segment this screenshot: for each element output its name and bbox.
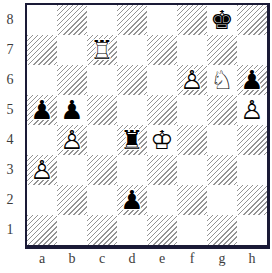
square-d3[interactable] <box>117 155 147 185</box>
square-c5[interactable] <box>87 95 117 125</box>
square-b1[interactable] <box>57 215 87 245</box>
piece-glyph: ♟ <box>237 65 267 95</box>
square-f3[interactable] <box>177 155 207 185</box>
rank-label-1: 1 <box>0 215 20 245</box>
square-d2[interactable]: ♟♟ <box>117 185 147 215</box>
rank-label-5: 5 <box>0 95 20 125</box>
square-b2[interactable] <box>57 185 87 215</box>
piece-white-rook-c7: ♜♖ <box>87 35 117 65</box>
square-d6[interactable] <box>117 65 147 95</box>
rank-label-6: 6 <box>0 65 20 95</box>
piece-black-pawn-b5: ♟♟ <box>57 95 87 125</box>
square-b4[interactable]: ♟♙ <box>57 125 87 155</box>
square-d1[interactable] <box>117 215 147 245</box>
piece-glyph: ♜ <box>117 125 147 155</box>
square-g1[interactable] <box>207 215 237 245</box>
square-g2[interactable] <box>207 185 237 215</box>
square-e6[interactable] <box>147 65 177 95</box>
board-frame: ♚♚♜♖♟♙♞♘♟♟♟♟♟♟♟♙♟♙♜♜♚♔♟♙♟♟ <box>25 3 270 249</box>
piece-black-king-g8: ♚♚ <box>207 5 237 35</box>
square-a2[interactable] <box>27 185 57 215</box>
square-f2[interactable] <box>177 185 207 215</box>
square-g4[interactable] <box>207 125 237 155</box>
square-a6[interactable] <box>27 65 57 95</box>
piece-glyph: ♟ <box>57 95 87 125</box>
square-d7[interactable] <box>117 35 147 65</box>
square-f4[interactable] <box>177 125 207 155</box>
square-f6[interactable]: ♟♙ <box>177 65 207 95</box>
square-g3[interactable] <box>207 155 237 185</box>
square-g5[interactable] <box>207 95 237 125</box>
square-c8[interactable] <box>87 5 117 35</box>
piece-glyph: ♖ <box>87 35 117 65</box>
square-b6[interactable] <box>57 65 87 95</box>
square-f8[interactable] <box>177 5 207 35</box>
piece-glyph: ♔ <box>147 125 177 155</box>
square-e4[interactable]: ♚♔ <box>147 125 177 155</box>
square-a4[interactable] <box>27 125 57 155</box>
square-e1[interactable] <box>147 215 177 245</box>
piece-glyph: ♚ <box>207 5 237 35</box>
square-e7[interactable] <box>147 35 177 65</box>
rank-label-7: 7 <box>0 35 20 65</box>
chess-board: ♚♚♜♖♟♙♞♘♟♟♟♟♟♟♟♙♟♙♜♜♚♔♟♙♟♟ <box>27 5 267 245</box>
square-h1[interactable] <box>237 215 267 245</box>
piece-glyph: ♙ <box>57 125 87 155</box>
square-d4[interactable]: ♜♜ <box>117 125 147 155</box>
piece-black-pawn-d2: ♟♟ <box>117 185 147 215</box>
piece-white-pawn-f6: ♟♙ <box>177 65 207 95</box>
square-c1[interactable] <box>87 215 117 245</box>
piece-glyph: ♙ <box>27 155 57 185</box>
piece-white-pawn-a3: ♟♙ <box>27 155 57 185</box>
square-h5[interactable]: ♟♙ <box>237 95 267 125</box>
rank-label-3: 3 <box>0 155 20 185</box>
square-c3[interactable] <box>87 155 117 185</box>
piece-white-pawn-b4: ♟♙ <box>57 125 87 155</box>
square-a5[interactable]: ♟♟ <box>27 95 57 125</box>
square-c7[interactable]: ♜♖ <box>87 35 117 65</box>
square-h4[interactable] <box>237 125 267 155</box>
piece-black-pawn-a5: ♟♟ <box>27 95 57 125</box>
chess-diagram: 87654321 ♚♚♜♖♟♙♞♘♟♟♟♟♟♟♟♙♟♙♜♜♚♔♟♙♟♟ abcd… <box>0 0 272 273</box>
file-label-h: h <box>237 249 267 269</box>
file-label-g: g <box>207 249 237 269</box>
square-h2[interactable] <box>237 185 267 215</box>
rank-label-4: 4 <box>0 125 20 155</box>
file-label-d: d <box>117 249 147 269</box>
piece-glyph: ♙ <box>237 95 267 125</box>
square-g6[interactable]: ♞♘ <box>207 65 237 95</box>
square-f5[interactable] <box>177 95 207 125</box>
square-e2[interactable] <box>147 185 177 215</box>
piece-black-pawn-h6: ♟♟ <box>237 65 267 95</box>
square-d5[interactable] <box>117 95 147 125</box>
square-h7[interactable] <box>237 35 267 65</box>
file-label-b: b <box>57 249 87 269</box>
square-g7[interactable] <box>207 35 237 65</box>
square-a7[interactable] <box>27 35 57 65</box>
square-f1[interactable] <box>177 215 207 245</box>
square-c6[interactable] <box>87 65 117 95</box>
square-e5[interactable] <box>147 95 177 125</box>
square-a1[interactable] <box>27 215 57 245</box>
piece-glyph: ♙ <box>177 65 207 95</box>
file-label-c: c <box>87 249 117 269</box>
square-b3[interactable] <box>57 155 87 185</box>
piece-glyph: ♘ <box>207 65 237 95</box>
piece-white-king-e4: ♚♔ <box>147 125 177 155</box>
piece-glyph: ♟ <box>117 185 147 215</box>
square-b8[interactable] <box>57 5 87 35</box>
square-c4[interactable] <box>87 125 117 155</box>
rank-label-8: 8 <box>0 5 20 35</box>
square-e8[interactable] <box>147 5 177 35</box>
file-label-a: a <box>27 249 57 269</box>
square-e3[interactable] <box>147 155 177 185</box>
square-a8[interactable] <box>27 5 57 35</box>
file-label-f: f <box>177 249 207 269</box>
square-h8[interactable] <box>237 5 267 35</box>
square-g8[interactable]: ♚♚ <box>207 5 237 35</box>
piece-black-rook-d4: ♜♜ <box>117 125 147 155</box>
file-label-e: e <box>147 249 177 269</box>
square-f7[interactable] <box>177 35 207 65</box>
rank-label-2: 2 <box>0 185 20 215</box>
square-h6[interactable]: ♟♟ <box>237 65 267 95</box>
square-c2[interactable] <box>87 185 117 215</box>
piece-white-pawn-h5: ♟♙ <box>237 95 267 125</box>
piece-white-knight-g6: ♞♘ <box>207 65 237 95</box>
square-h3[interactable] <box>237 155 267 185</box>
square-b7[interactable] <box>57 35 87 65</box>
square-d8[interactable] <box>117 5 147 35</box>
square-b5[interactable]: ♟♟ <box>57 95 87 125</box>
piece-glyph: ♟ <box>27 95 57 125</box>
square-a3[interactable]: ♟♙ <box>27 155 57 185</box>
